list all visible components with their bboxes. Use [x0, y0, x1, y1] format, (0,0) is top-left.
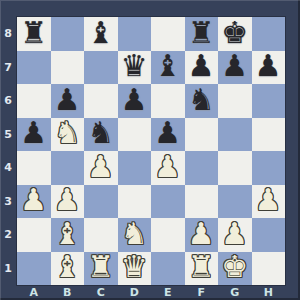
file-label-b: B [51, 285, 85, 300]
square-d3[interactable] [118, 185, 152, 219]
black-pawn-piece: ♟ [221, 51, 248, 81]
square-b4[interactable] [51, 151, 85, 185]
square-h2[interactable] [252, 218, 286, 252]
black-knight-piece: ♞ [188, 85, 215, 115]
square-e8[interactable] [151, 17, 185, 51]
white-pawn-piece: ♟ [20, 185, 47, 215]
black-knight-piece: ♞ [87, 118, 114, 148]
square-f7[interactable]: ♟ [185, 51, 219, 85]
chess-board-diagram: ♜♝♜♚♛♝♟♟♟♟♟♞♟♞♞♟♟♟♟♟♟♝♞♟♟♝♜♛♜♚ 87654321A… [0, 0, 300, 300]
black-pawn-piece: ♟ [121, 85, 148, 115]
square-f2[interactable]: ♟ [185, 218, 219, 252]
square-h6[interactable] [252, 84, 286, 118]
square-h1[interactable] [252, 252, 286, 286]
square-b6[interactable]: ♟ [51, 84, 85, 118]
square-e6[interactable] [151, 84, 185, 118]
square-a6[interactable] [17, 84, 51, 118]
square-e3[interactable] [151, 185, 185, 219]
square-e2[interactable] [151, 218, 185, 252]
white-pawn-piece: ♟ [54, 185, 81, 215]
white-pawn-piece: ♟ [87, 152, 114, 182]
white-rook-piece: ♜ [188, 252, 215, 282]
square-b5[interactable]: ♞ [51, 118, 85, 152]
square-f3[interactable] [185, 185, 219, 219]
square-g3[interactable] [218, 185, 252, 219]
black-pawn-piece: ♟ [154, 118, 181, 148]
black-queen-piece: ♛ [121, 51, 148, 81]
rank-label-2: 2 [0, 218, 16, 252]
square-c6[interactable] [84, 84, 118, 118]
square-f1[interactable]: ♜ [185, 252, 219, 286]
square-h7[interactable]: ♟ [252, 51, 286, 85]
square-d4[interactable] [118, 151, 152, 185]
file-label-h: H [252, 285, 286, 300]
square-c4[interactable]: ♟ [84, 151, 118, 185]
white-pawn-piece: ♟ [188, 219, 215, 249]
square-a7[interactable] [17, 51, 51, 85]
square-d2[interactable]: ♞ [118, 218, 152, 252]
square-b1[interactable]: ♝ [51, 252, 85, 286]
square-c7[interactable] [84, 51, 118, 85]
square-f4[interactable] [185, 151, 219, 185]
square-e7[interactable]: ♝ [151, 51, 185, 85]
black-pawn-piece: ♟ [188, 51, 215, 81]
white-queen-piece: ♛ [121, 252, 148, 282]
file-label-d: D [118, 285, 152, 300]
square-f8[interactable]: ♜ [185, 17, 219, 51]
white-knight-piece: ♞ [121, 219, 148, 249]
black-rook-piece: ♜ [20, 18, 47, 48]
black-rook-piece: ♜ [188, 18, 215, 48]
square-c8[interactable]: ♝ [84, 17, 118, 51]
white-pawn-piece: ♟ [154, 152, 181, 182]
square-g4[interactable] [218, 151, 252, 185]
square-a5[interactable]: ♟ [17, 118, 51, 152]
file-label-f: F [185, 285, 219, 300]
black-pawn-piece: ♟ [255, 51, 282, 81]
square-g2[interactable]: ♟ [218, 218, 252, 252]
white-knight-piece: ♞ [54, 118, 81, 148]
square-a3[interactable]: ♟ [17, 185, 51, 219]
rank-label-5: 5 [0, 118, 16, 152]
square-h5[interactable] [252, 118, 286, 152]
white-bishop-piece: ♝ [54, 252, 81, 282]
rank-label-7: 7 [0, 51, 16, 85]
black-pawn-piece: ♟ [20, 118, 47, 148]
file-label-e: E [151, 285, 185, 300]
square-h3[interactable]: ♟ [252, 185, 286, 219]
file-label-c: C [84, 285, 118, 300]
square-a8[interactable]: ♜ [17, 17, 51, 51]
white-bishop-piece: ♝ [54, 219, 81, 249]
square-d6[interactable]: ♟ [118, 84, 152, 118]
square-f5[interactable] [185, 118, 219, 152]
square-a2[interactable] [17, 218, 51, 252]
square-c2[interactable] [84, 218, 118, 252]
square-g1[interactable]: ♚ [218, 252, 252, 286]
square-h8[interactable] [252, 17, 286, 51]
rank-label-6: 6 [0, 84, 16, 118]
square-d8[interactable] [118, 17, 152, 51]
white-rook-piece: ♜ [87, 252, 114, 282]
rank-label-4: 4 [0, 151, 16, 185]
square-a1[interactable] [17, 252, 51, 286]
square-h4[interactable] [252, 151, 286, 185]
square-b3[interactable]: ♟ [51, 185, 85, 219]
square-c3[interactable] [84, 185, 118, 219]
white-pawn-piece: ♟ [255, 185, 282, 215]
black-bishop-piece: ♝ [87, 18, 114, 48]
rank-label-1: 1 [0, 252, 16, 286]
square-d1[interactable]: ♛ [118, 252, 152, 286]
square-a4[interactable] [17, 151, 51, 185]
file-label-a: A [17, 285, 51, 300]
square-g7[interactable]: ♟ [218, 51, 252, 85]
square-d7[interactable]: ♛ [118, 51, 152, 85]
square-e5[interactable]: ♟ [151, 118, 185, 152]
square-c5[interactable]: ♞ [84, 118, 118, 152]
black-bishop-piece: ♝ [154, 51, 181, 81]
rank-label-8: 8 [0, 17, 16, 51]
square-g6[interactable] [218, 84, 252, 118]
black-king-piece: ♚ [221, 18, 248, 48]
square-d5[interactable] [118, 118, 152, 152]
square-b8[interactable] [51, 17, 85, 51]
square-g8[interactable]: ♚ [218, 17, 252, 51]
rank-label-3: 3 [0, 185, 16, 219]
white-pawn-piece: ♟ [221, 219, 248, 249]
square-f6[interactable]: ♞ [185, 84, 219, 118]
square-e4[interactable]: ♟ [151, 151, 185, 185]
square-c1[interactable]: ♜ [84, 252, 118, 286]
chess-board: ♜♝♜♚♛♝♟♟♟♟♟♞♟♞♞♟♟♟♟♟♟♝♞♟♟♝♜♛♜♚ [17, 17, 285, 285]
black-pawn-piece: ♟ [54, 85, 81, 115]
square-b7[interactable] [51, 51, 85, 85]
square-e1[interactable] [151, 252, 185, 286]
white-king-piece: ♚ [221, 252, 248, 282]
square-g5[interactable] [218, 118, 252, 152]
square-b2[interactable]: ♝ [51, 218, 85, 252]
file-label-g: G [218, 285, 252, 300]
